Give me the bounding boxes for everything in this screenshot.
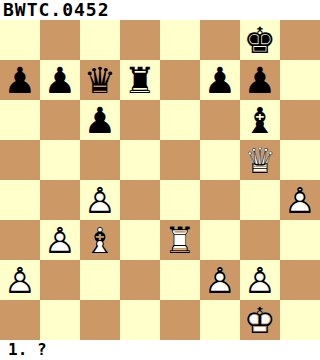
black-pawn: ♟ bbox=[200, 60, 240, 100]
white-pawn: ♟♙ bbox=[80, 180, 120, 220]
square-f7[interactable]: ♟ bbox=[200, 60, 240, 100]
square-e4[interactable] bbox=[160, 180, 200, 220]
square-h2[interactable] bbox=[280, 260, 320, 300]
square-d1[interactable] bbox=[120, 300, 160, 340]
square-b1[interactable] bbox=[40, 300, 80, 340]
white-pawn: ♟♙ bbox=[0, 260, 40, 300]
square-d7[interactable]: ♜ bbox=[120, 60, 160, 100]
square-f1[interactable] bbox=[200, 300, 240, 340]
square-c3[interactable]: ♝♗ bbox=[80, 220, 120, 260]
square-g7[interactable]: ♟ bbox=[240, 60, 280, 100]
square-c4[interactable]: ♟♙ bbox=[80, 180, 120, 220]
square-a3[interactable] bbox=[0, 220, 40, 260]
black-pawn: ♟ bbox=[80, 100, 120, 140]
square-b7[interactable]: ♟ bbox=[40, 60, 80, 100]
square-e3[interactable]: ♜♖ bbox=[160, 220, 200, 260]
white-pawn: ♟♙ bbox=[200, 260, 240, 300]
white-queen: ♛♕ bbox=[240, 140, 280, 180]
square-g2[interactable]: ♟♙ bbox=[240, 260, 280, 300]
square-a4[interactable] bbox=[0, 180, 40, 220]
square-g6[interactable]: ♝ bbox=[240, 100, 280, 140]
square-c6[interactable]: ♟ bbox=[80, 100, 120, 140]
square-c5[interactable] bbox=[80, 140, 120, 180]
square-d8[interactable] bbox=[120, 20, 160, 60]
white-pawn: ♟♙ bbox=[40, 220, 80, 260]
square-h8[interactable] bbox=[280, 20, 320, 60]
square-a5[interactable] bbox=[0, 140, 40, 180]
square-f3[interactable] bbox=[200, 220, 240, 260]
square-b2[interactable] bbox=[40, 260, 80, 300]
square-g5[interactable]: ♛♕ bbox=[240, 140, 280, 180]
square-f8[interactable] bbox=[200, 20, 240, 60]
square-e1[interactable] bbox=[160, 300, 200, 340]
white-king: ♚♔ bbox=[240, 300, 280, 340]
square-h7[interactable] bbox=[280, 60, 320, 100]
square-d6[interactable] bbox=[120, 100, 160, 140]
white-pawn: ♟♙ bbox=[280, 180, 320, 220]
white-pawn: ♟♙ bbox=[240, 260, 280, 300]
square-d2[interactable] bbox=[120, 260, 160, 300]
move-prompt: 1. ? bbox=[0, 340, 320, 360]
square-a6[interactable] bbox=[0, 100, 40, 140]
white-rook: ♜♖ bbox=[160, 220, 200, 260]
square-f5[interactable] bbox=[200, 140, 240, 180]
black-rook: ♜ bbox=[120, 60, 160, 100]
square-a2[interactable]: ♟♙ bbox=[0, 260, 40, 300]
square-b4[interactable] bbox=[40, 180, 80, 220]
square-f4[interactable] bbox=[200, 180, 240, 220]
black-queen: ♛ bbox=[80, 60, 120, 100]
square-c7[interactable]: ♛ bbox=[80, 60, 120, 100]
square-b6[interactable] bbox=[40, 100, 80, 140]
square-d4[interactable] bbox=[120, 180, 160, 220]
square-g4[interactable] bbox=[240, 180, 280, 220]
square-e6[interactable] bbox=[160, 100, 200, 140]
square-h5[interactable] bbox=[280, 140, 320, 180]
puzzle-title: BWTC.0452 bbox=[0, 0, 320, 20]
square-c1[interactable] bbox=[80, 300, 120, 340]
square-e8[interactable] bbox=[160, 20, 200, 60]
chess-board: ♚♟♟♛♜♟♟♟♝♛♕♟♙♟♙♟♙♝♗♜♖♟♙♟♙♟♙♚♔ bbox=[0, 20, 320, 340]
square-c8[interactable] bbox=[80, 20, 120, 60]
square-f2[interactable]: ♟♙ bbox=[200, 260, 240, 300]
square-h3[interactable] bbox=[280, 220, 320, 260]
square-d3[interactable] bbox=[120, 220, 160, 260]
black-pawn: ♟ bbox=[0, 60, 40, 100]
square-f6[interactable] bbox=[200, 100, 240, 140]
white-bishop: ♝♗ bbox=[80, 220, 120, 260]
square-c2[interactable] bbox=[80, 260, 120, 300]
puzzle-title-text: BWTC.0452 bbox=[3, 0, 110, 20]
square-b5[interactable] bbox=[40, 140, 80, 180]
square-h6[interactable] bbox=[280, 100, 320, 140]
square-a7[interactable]: ♟ bbox=[0, 60, 40, 100]
square-e2[interactable] bbox=[160, 260, 200, 300]
square-g3[interactable] bbox=[240, 220, 280, 260]
square-e7[interactable] bbox=[160, 60, 200, 100]
black-bishop: ♝ bbox=[240, 100, 280, 140]
square-b3[interactable]: ♟♙ bbox=[40, 220, 80, 260]
square-h4[interactable]: ♟♙ bbox=[280, 180, 320, 220]
black-pawn: ♟ bbox=[240, 60, 280, 100]
black-pawn: ♟ bbox=[40, 60, 80, 100]
black-king: ♚ bbox=[240, 20, 280, 60]
square-a1[interactable] bbox=[0, 300, 40, 340]
square-g8[interactable]: ♚ bbox=[240, 20, 280, 60]
square-e5[interactable] bbox=[160, 140, 200, 180]
square-h1[interactable] bbox=[280, 300, 320, 340]
square-g1[interactable]: ♚♔ bbox=[240, 300, 280, 340]
square-d5[interactable] bbox=[120, 140, 160, 180]
square-b8[interactable] bbox=[40, 20, 80, 60]
move-prompt-text: 1. ? bbox=[8, 340, 47, 360]
square-a8[interactable] bbox=[0, 20, 40, 60]
